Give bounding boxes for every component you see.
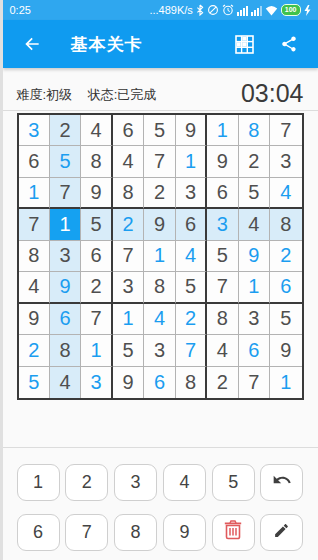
cell-r5c1[interactable]: 8: [19, 241, 50, 272]
cell-r1c2[interactable]: 2: [50, 115, 81, 146]
cell-r3c3[interactable]: 9: [81, 178, 112, 209]
key-5[interactable]: 5: [212, 464, 255, 501]
cell-r9c7[interactable]: 2: [207, 367, 238, 398]
alarm-icon: [222, 4, 234, 16]
cell-r2c7[interactable]: 9: [207, 146, 238, 177]
cell-r9c8[interactable]: 7: [239, 367, 270, 398]
app-bar: 基本关卡: [3, 20, 318, 68]
cell-r3c7[interactable]: 6: [207, 178, 238, 209]
cell-r6c2[interactable]: 9: [50, 272, 81, 303]
key-2[interactable]: 2: [65, 464, 108, 501]
cell-r1c1[interactable]: 3: [19, 115, 50, 146]
cell-r8c7[interactable]: 4: [207, 335, 238, 366]
cell-r8c8[interactable]: 6: [239, 335, 270, 366]
cell-r3c6[interactable]: 3: [176, 178, 207, 209]
cell-r8c9[interactable]: 9: [270, 335, 301, 366]
back-button[interactable]: [17, 29, 47, 59]
cell-r9c3[interactable]: 3: [81, 367, 112, 398]
cell-r6c3[interactable]: 2: [81, 272, 112, 303]
cell-r8c3[interactable]: 1: [81, 335, 112, 366]
cell-r7c4[interactable]: 1: [113, 304, 144, 335]
cell-r6c1[interactable]: 4: [19, 272, 50, 303]
cell-r1c5[interactable]: 5: [144, 115, 175, 146]
edit-button[interactable]: [260, 514, 303, 551]
cell-r2c6[interactable]: 1: [176, 146, 207, 177]
cell-r1c9[interactable]: 7: [270, 115, 301, 146]
cell-r4c5[interactable]: 9: [144, 209, 175, 240]
cell-r6c4[interactable]: 3: [113, 272, 144, 303]
cell-r5c3[interactable]: 6: [81, 241, 112, 272]
signal-icon: [251, 5, 262, 16]
cell-r5c8[interactable]: 9: [239, 241, 270, 272]
key-9[interactable]: 9: [163, 514, 206, 551]
number-keypad: 1 2 3 4 5 6 7 8 9: [17, 464, 304, 560]
sudoku-board: 3246591876584719231798236547152963488367…: [17, 113, 304, 400]
cell-r3c1[interactable]: 1: [19, 178, 50, 209]
wifi-icon: [265, 5, 278, 16]
cell-r8c2[interactable]: 8: [50, 335, 81, 366]
cell-r5c6[interactable]: 4: [176, 241, 207, 272]
cell-r3c8[interactable]: 5: [239, 178, 270, 209]
cell-r3c4[interactable]: 8: [113, 178, 144, 209]
game-info-row: 难度:初级 状态:已完成 03:04: [3, 68, 318, 110]
cell-r7c8[interactable]: 3: [239, 304, 270, 335]
cell-r8c5[interactable]: 3: [144, 335, 175, 366]
signal-icon: [237, 5, 248, 16]
key-6[interactable]: 6: [17, 514, 60, 551]
page-title: 基本关卡: [71, 33, 143, 56]
cell-r6c9[interactable]: 6: [270, 272, 301, 303]
cell-r3c9[interactable]: 4: [270, 178, 301, 209]
share-button[interactable]: [274, 29, 304, 59]
cell-r6c7[interactable]: 7: [207, 272, 238, 303]
cell-r2c8[interactable]: 2: [239, 146, 270, 177]
cell-r7c1[interactable]: 9: [19, 304, 50, 335]
bluetooth-icon: [196, 4, 204, 16]
undo-button[interactable]: [260, 464, 303, 501]
cell-r3c5[interactable]: 2: [144, 178, 175, 209]
cell-r6c5[interactable]: 8: [144, 272, 175, 303]
levels-grid-button[interactable]: [230, 29, 260, 59]
cell-r9c9[interactable]: 1: [270, 367, 301, 398]
pencil-icon: [273, 522, 290, 544]
phone-screen: 0:25 ...489K/s 100: [3, 0, 318, 560]
cell-r8c4[interactable]: 5: [113, 335, 144, 366]
cell-r5c9[interactable]: 2: [270, 241, 301, 272]
cell-r7c9[interactable]: 5: [270, 304, 301, 335]
cell-r1c3[interactable]: 4: [81, 115, 112, 146]
cell-r2c1[interactable]: 6: [19, 146, 50, 177]
cell-r4c1[interactable]: 7: [19, 209, 50, 240]
cell-r2c4[interactable]: 4: [113, 146, 144, 177]
cell-r2c5[interactable]: 7: [144, 146, 175, 177]
cell-r4c9[interactable]: 8: [270, 209, 301, 240]
cell-r5c4[interactable]: 7: [113, 241, 144, 272]
key-7[interactable]: 7: [65, 514, 108, 551]
cell-r6c6[interactable]: 5: [176, 272, 207, 303]
clock-text: 0:25: [10, 4, 31, 16]
cell-r9c1[interactable]: 5: [19, 367, 50, 398]
cell-r5c7[interactable]: 5: [207, 241, 238, 272]
cell-r2c9[interactable]: 3: [270, 146, 301, 177]
key-4[interactable]: 4: [163, 464, 206, 501]
battery-icon: 100: [281, 4, 301, 16]
cell-r8c6[interactable]: 7: [176, 335, 207, 366]
cell-r9c2[interactable]: 4: [50, 367, 81, 398]
cell-r9c6[interactable]: 8: [176, 367, 207, 398]
status-bar: 0:25 ...489K/s 100: [3, 0, 318, 20]
cell-r8c1[interactable]: 2: [19, 335, 50, 366]
cell-r7c6[interactable]: 2: [176, 304, 207, 335]
cell-r7c3[interactable]: 7: [81, 304, 112, 335]
cell-r3c2[interactable]: 7: [50, 178, 81, 209]
cell-r1c6[interactable]: 9: [176, 115, 207, 146]
cell-r1c7[interactable]: 1: [207, 115, 238, 146]
cell-r1c4[interactable]: 6: [113, 115, 144, 146]
key-3[interactable]: 3: [114, 464, 157, 501]
cell-r4c6[interactable]: 6: [176, 209, 207, 240]
cell-r2c2[interactable]: 5: [50, 146, 81, 177]
cell-r1c8[interactable]: 8: [239, 115, 270, 146]
cell-r4c3[interactable]: 5: [81, 209, 112, 240]
key-8[interactable]: 8: [114, 514, 157, 551]
undo-icon: [272, 470, 292, 495]
charging-icon: [304, 5, 311, 16]
cell-r4c8[interactable]: 4: [239, 209, 270, 240]
timer-display: 03:04: [241, 81, 304, 106]
cell-r6c8[interactable]: 1: [239, 272, 270, 303]
cell-r4c7[interactable]: 3: [207, 209, 238, 240]
trash-icon: [224, 520, 242, 545]
cell-r5c2[interactable]: 3: [50, 241, 81, 272]
cell-r7c5[interactable]: 4: [144, 304, 175, 335]
cell-r9c4[interactable]: 9: [113, 367, 144, 398]
cell-r4c2[interactable]: 1: [50, 209, 81, 240]
delete-button[interactable]: [212, 514, 255, 551]
cell-r2c3[interactable]: 8: [81, 146, 112, 177]
status-label: 状态:已完成: [88, 87, 157, 102]
cell-r4c4[interactable]: 2: [113, 209, 144, 240]
cell-r5c5[interactable]: 1: [144, 241, 175, 272]
dnd-icon: [207, 4, 219, 16]
network-speed: ...489K/s: [149, 4, 192, 16]
cell-r7c2[interactable]: 6: [50, 304, 81, 335]
difficulty-label: 难度:初级: [17, 87, 73, 102]
cell-r9c5[interactable]: 6: [144, 367, 175, 398]
key-1[interactable]: 1: [17, 464, 60, 501]
divider: [3, 447, 318, 448]
cell-r7c7[interactable]: 8: [207, 304, 238, 335]
